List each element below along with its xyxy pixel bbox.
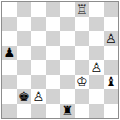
square-f2[interactable] [75, 89, 90, 104]
square-g8[interactable] [89, 2, 104, 17]
square-b1[interactable] [17, 104, 32, 119]
square-h4[interactable] [104, 60, 119, 75]
square-h5[interactable] [104, 46, 119, 61]
square-f7[interactable] [75, 17, 90, 32]
square-e2[interactable] [60, 89, 75, 104]
square-g1[interactable] [89, 104, 104, 119]
square-g3[interactable] [89, 75, 104, 90]
square-f4[interactable] [75, 60, 90, 75]
square-b6[interactable] [17, 31, 32, 46]
square-d8[interactable] [46, 2, 61, 17]
white-pawn[interactable]: ♙ [105, 31, 117, 44]
square-h7[interactable] [104, 17, 119, 32]
square-f5[interactable] [75, 46, 90, 61]
square-h2[interactable] [104, 89, 119, 104]
chess-board: ♖♙♟♙♔♝♚♙♜ [2, 2, 118, 118]
square-d3[interactable] [46, 75, 61, 90]
square-e6[interactable] [60, 31, 75, 46]
square-g7[interactable] [89, 17, 104, 32]
white-pawn[interactable]: ♙ [32, 89, 44, 102]
square-b3[interactable] [17, 75, 32, 90]
square-e4[interactable] [60, 60, 75, 75]
square-c5[interactable] [31, 46, 46, 61]
square-e8[interactable] [60, 2, 75, 17]
square-g2[interactable] [89, 89, 104, 104]
square-e1[interactable]: ♜ [60, 104, 75, 119]
square-c7[interactable] [31, 17, 46, 32]
square-c2[interactable]: ♙ [31, 89, 46, 104]
square-a7[interactable] [2, 17, 17, 32]
square-f6[interactable] [75, 31, 90, 46]
square-c8[interactable] [31, 2, 46, 17]
square-c4[interactable] [31, 60, 46, 75]
square-a4[interactable] [2, 60, 17, 75]
white-pawn[interactable]: ♙ [90, 60, 102, 73]
white-king[interactable]: ♔ [76, 75, 88, 88]
square-h3[interactable]: ♝ [104, 75, 119, 90]
square-g4[interactable]: ♙ [89, 60, 104, 75]
square-b2[interactable]: ♚ [17, 89, 32, 104]
square-a3[interactable] [2, 75, 17, 90]
square-d6[interactable] [46, 31, 61, 46]
square-g5[interactable] [89, 46, 104, 61]
square-a8[interactable] [2, 2, 17, 17]
square-a2[interactable] [2, 89, 17, 104]
square-b5[interactable] [17, 46, 32, 61]
square-e5[interactable] [60, 46, 75, 61]
chess-diagram: ♖♙♟♙♔♝♚♙♜ [0, 0, 120, 120]
black-king[interactable]: ♚ [18, 89, 30, 102]
black-bishop[interactable]: ♝ [105, 75, 117, 88]
square-e7[interactable] [60, 17, 75, 32]
square-h6[interactable]: ♙ [104, 31, 119, 46]
square-c3[interactable] [31, 75, 46, 90]
square-b4[interactable] [17, 60, 32, 75]
square-g6[interactable] [89, 31, 104, 46]
square-a1[interactable] [2, 104, 17, 119]
square-d4[interactable] [46, 60, 61, 75]
square-h1[interactable] [104, 104, 119, 119]
square-b8[interactable] [17, 2, 32, 17]
square-d5[interactable] [46, 46, 61, 61]
white-rook[interactable]: ♖ [76, 2, 88, 15]
square-d2[interactable] [46, 89, 61, 104]
square-c6[interactable] [31, 31, 46, 46]
square-h8[interactable] [104, 2, 119, 17]
black-rook[interactable]: ♜ [61, 104, 73, 117]
board-frame: ♖♙♟♙♔♝♚♙♜ [1, 1, 119, 119]
square-f1[interactable] [75, 104, 90, 119]
square-d7[interactable] [46, 17, 61, 32]
square-f3[interactable]: ♔ [75, 75, 90, 90]
square-e3[interactable] [60, 75, 75, 90]
square-b7[interactable] [17, 17, 32, 32]
square-f8[interactable]: ♖ [75, 2, 90, 17]
black-pawn[interactable]: ♟ [3, 46, 15, 59]
square-c1[interactable] [31, 104, 46, 119]
square-a6[interactable] [2, 31, 17, 46]
square-a5[interactable]: ♟ [2, 46, 17, 61]
square-d1[interactable] [46, 104, 61, 119]
